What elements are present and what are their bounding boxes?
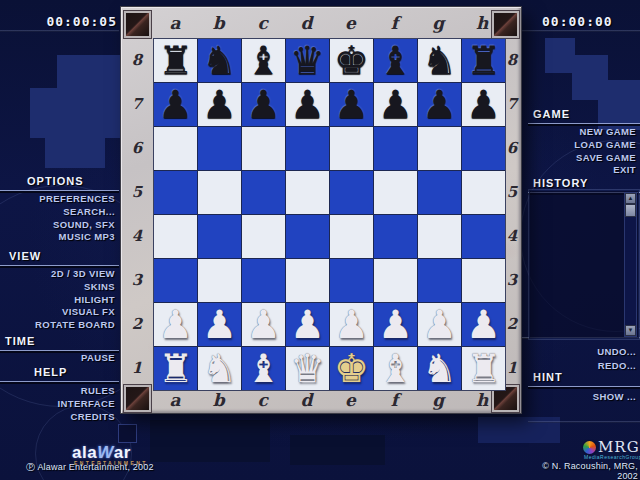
square-f3[interactable] xyxy=(374,259,417,302)
alawar-copyright: Ⓟ Alawar Entertainment, 2002 xyxy=(26,461,154,474)
square-e1[interactable]: ♚ xyxy=(330,347,373,390)
file-label-h: h xyxy=(460,12,504,34)
help-menu: RULES INTERFACE CREDITS xyxy=(0,385,119,423)
square-g1[interactable]: ♞ xyxy=(418,347,461,390)
square-d7[interactable]: ♟ xyxy=(286,83,329,126)
file-label-g: g xyxy=(416,12,460,34)
piece-white-pawn[interactable]: ♟ xyxy=(202,303,237,346)
square-g5[interactable] xyxy=(418,171,461,214)
hint-header: HINT xyxy=(528,371,640,387)
square-e8[interactable]: ♚ xyxy=(330,39,373,82)
square-a8[interactable]: ♜ xyxy=(154,39,197,82)
mrg-logo-subtitle: MediaResearchGroup xyxy=(584,454,640,460)
square-f5[interactable] xyxy=(374,171,417,214)
square-b2[interactable]: ♟ xyxy=(198,303,241,346)
file-label-h: h xyxy=(460,390,504,410)
rank-labels-right: 87654321 xyxy=(504,38,520,389)
time-menu: PAUSE xyxy=(0,352,119,365)
piece-white-pawn[interactable]: ♟ xyxy=(466,303,501,346)
piece-white-pawn[interactable]: ♟ xyxy=(378,303,413,346)
square-d5[interactable] xyxy=(286,171,329,214)
square-g6[interactable] xyxy=(418,127,461,170)
square-d4[interactable] xyxy=(286,215,329,258)
square-e4[interactable] xyxy=(330,215,373,258)
square-d1[interactable]: ♛ xyxy=(286,347,329,390)
square-d3[interactable] xyxy=(286,259,329,302)
file-label-d: d xyxy=(285,12,329,34)
menu-item-visual-fx[interactable]: VISUAL FX xyxy=(0,306,115,319)
history-panel: ▲ ▼ xyxy=(529,190,639,339)
menu-item-save-game[interactable]: SAVE GAME xyxy=(524,152,636,165)
piece-black-pawn[interactable]: ♟ xyxy=(202,83,237,126)
game-header: GAME xyxy=(528,108,640,124)
piece-white-bishop[interactable]: ♝ xyxy=(378,347,413,390)
rank-label-1: 1 xyxy=(504,346,520,390)
square-h1[interactable]: ♜ xyxy=(462,347,505,390)
piece-black-pawn[interactable]: ♟ xyxy=(422,83,457,126)
undo-redo-menu: UNDO... REDO... xyxy=(524,345,640,373)
file-label-a: a xyxy=(153,390,197,410)
square-g3[interactable] xyxy=(418,259,461,302)
background-decor xyxy=(45,135,105,168)
options-header: OPTIONS xyxy=(0,175,119,191)
square-h5[interactable] xyxy=(462,171,505,214)
rank-label-3: 3 xyxy=(504,258,520,302)
square-c6[interactable] xyxy=(242,127,285,170)
square-a5[interactable] xyxy=(154,171,197,214)
square-c2[interactable]: ♟ xyxy=(242,303,285,346)
file-label-c: c xyxy=(241,390,285,410)
background-decor xyxy=(545,38,575,73)
menu-item-undo[interactable]: UNDO... xyxy=(524,345,636,359)
square-g4[interactable] xyxy=(418,215,461,258)
rank-label-5: 5 xyxy=(504,170,520,214)
piece-black-queen[interactable]: ♛ xyxy=(290,39,325,82)
background-decor xyxy=(30,88,120,138)
menu-item-sound-sfx[interactable]: SOUND, SFX xyxy=(0,219,115,232)
divider xyxy=(528,421,640,423)
black-clock: 00:00:00 xyxy=(542,14,613,29)
piece-white-bishop[interactable]: ♝ xyxy=(246,347,281,390)
chess-board: abcdefgh abcdefgh 87654321 87654321 ♜♞♝♛… xyxy=(120,6,522,414)
menu-item-show-hint[interactable]: SHOW ... xyxy=(524,391,636,404)
piece-black-pawn[interactable]: ♟ xyxy=(246,83,281,126)
white-clock: 00:00:05 xyxy=(0,14,117,29)
square-b6[interactable] xyxy=(198,127,241,170)
square-a6[interactable] xyxy=(154,127,197,170)
menu-item-load-game[interactable]: LOAD GAME xyxy=(524,139,636,152)
square-h8[interactable]: ♜ xyxy=(462,39,505,82)
rank-label-6: 6 xyxy=(504,126,520,170)
square-b3[interactable] xyxy=(198,259,241,302)
game-menu: NEW GAME LOAD GAME SAVE GAME EXIT xyxy=(524,126,640,177)
board-corner-ornament-icon xyxy=(124,11,151,38)
square-f2[interactable]: ♟ xyxy=(374,303,417,346)
file-label-b: b xyxy=(197,12,241,34)
square-e5[interactable] xyxy=(330,171,373,214)
piece-black-bishop[interactable]: ♝ xyxy=(378,39,413,82)
piece-white-rook[interactable]: ♜ xyxy=(158,347,193,390)
piece-black-bishop[interactable]: ♝ xyxy=(246,39,281,82)
rank-label-7: 7 xyxy=(504,82,520,126)
piece-white-pawn[interactable]: ♟ xyxy=(334,303,369,346)
piece-white-knight[interactable]: ♞ xyxy=(422,347,457,390)
file-labels-top: abcdefgh xyxy=(153,12,504,34)
piece-white-king[interactable]: ♚ xyxy=(334,347,369,390)
square-c1[interactable]: ♝ xyxy=(242,347,285,390)
square-c5[interactable] xyxy=(242,171,285,214)
menu-item-skins[interactable]: SKINS xyxy=(0,281,115,294)
rank-labels-left: 87654321 xyxy=(124,38,150,389)
scrollbar-thumb[interactable] xyxy=(625,204,636,217)
square-e2[interactable]: ♟ xyxy=(330,303,373,346)
view-menu: 2D / 3D VIEW SKINS HILIGHT VISUAL FX ROT… xyxy=(0,268,119,332)
history-scrollbar[interactable]: ▲ ▼ xyxy=(624,192,637,337)
piece-black-pawn[interactable]: ♟ xyxy=(290,83,325,126)
square-b8[interactable]: ♞ xyxy=(198,39,241,82)
square-c3[interactable] xyxy=(242,259,285,302)
menu-item-rotate-board[interactable]: ROTATE BOARD xyxy=(0,319,115,332)
menu-item-new-game[interactable]: NEW GAME xyxy=(524,126,636,139)
menu-item-preferences[interactable]: PREFERENCES xyxy=(0,193,115,206)
piece-black-king[interactable]: ♚ xyxy=(334,39,369,82)
rank-label-2: 2 xyxy=(504,302,520,346)
square-b7[interactable]: ♟ xyxy=(198,83,241,126)
piece-black-rook[interactable]: ♜ xyxy=(158,39,193,82)
rank-label-4: 4 xyxy=(124,214,150,258)
menu-item-credits[interactable]: CREDITS xyxy=(0,411,115,424)
rank-label-6: 6 xyxy=(124,126,150,170)
mrg-copyright: © N. Racoushin, MRG, 2002 xyxy=(528,461,638,480)
piece-black-pawn[interactable]: ♟ xyxy=(378,83,413,126)
square-c4[interactable] xyxy=(242,215,285,258)
app-window: 00:00:05 00:00:00 OPTIONS PREFERENCES SE… xyxy=(0,0,640,480)
square-h4[interactable] xyxy=(462,215,505,258)
piece-white-pawn[interactable]: ♟ xyxy=(158,303,193,346)
scroll-down-icon[interactable]: ▼ xyxy=(625,325,636,336)
square-h3[interactable] xyxy=(462,259,505,302)
file-label-b: b xyxy=(197,390,241,410)
file-label-d: d xyxy=(285,390,329,410)
help-header: HELP xyxy=(0,366,119,382)
menu-item-interface[interactable]: INTERFACE xyxy=(0,398,115,411)
piece-white-pawn[interactable]: ♟ xyxy=(246,303,281,346)
square-f1[interactable]: ♝ xyxy=(374,347,417,390)
rank-label-8: 8 xyxy=(124,38,150,82)
file-label-c: c xyxy=(241,12,285,34)
square-d2[interactable]: ♟ xyxy=(286,303,329,346)
square-a3[interactable] xyxy=(154,259,197,302)
scroll-up-icon[interactable]: ▲ xyxy=(625,193,636,204)
square-a1[interactable]: ♜ xyxy=(154,347,197,390)
mrg-logo-icon xyxy=(583,441,596,454)
square-f4[interactable] xyxy=(374,215,417,258)
square-b5[interactable] xyxy=(198,171,241,214)
board-squares-grid: ♜♞♝♛♚♝♞♜♟♟♟♟♟♟♟♟♟♟♟♟♟♟♟♟♜♞♝♛♚♝♞♜ xyxy=(153,38,506,391)
square-a2[interactable]: ♟ xyxy=(154,303,197,346)
square-c8[interactable]: ♝ xyxy=(242,39,285,82)
hint-menu: SHOW ... xyxy=(524,391,640,404)
options-menu: PREFERENCES SEARCH... SOUND, SFX MUSIC M… xyxy=(0,193,119,244)
menu-item-2d-3d-view[interactable]: 2D / 3D VIEW xyxy=(0,268,115,281)
square-a7[interactable]: ♟ xyxy=(154,83,197,126)
square-c7[interactable]: ♟ xyxy=(242,83,285,126)
rank-label-7: 7 xyxy=(124,82,150,126)
file-labels-bottom: abcdefgh xyxy=(153,390,504,410)
square-d6[interactable] xyxy=(286,127,329,170)
square-h7[interactable]: ♟ xyxy=(462,83,505,126)
piece-black-rook[interactable]: ♜ xyxy=(466,39,501,82)
square-g2[interactable]: ♟ xyxy=(418,303,461,346)
piece-white-knight[interactable]: ♞ xyxy=(202,347,237,390)
square-e7[interactable]: ♟ xyxy=(330,83,373,126)
file-label-f: f xyxy=(372,12,416,34)
piece-black-pawn[interactable]: ♟ xyxy=(466,83,501,126)
rank-label-8: 8 xyxy=(504,38,520,82)
piece-white-pawn[interactable]: ♟ xyxy=(422,303,457,346)
menu-item-rules[interactable]: RULES xyxy=(0,385,115,398)
menu-item-exit[interactable]: EXIT xyxy=(524,164,636,177)
square-f6[interactable] xyxy=(374,127,417,170)
menu-item-search[interactable]: SEARCH... xyxy=(0,206,115,219)
piece-white-rook[interactable]: ♜ xyxy=(466,347,501,390)
piece-black-knight[interactable]: ♞ xyxy=(422,39,457,82)
rank-label-4: 4 xyxy=(504,214,520,258)
piece-black-pawn[interactable]: ♟ xyxy=(158,83,193,126)
piece-white-queen[interactable]: ♛ xyxy=(290,347,325,390)
square-g8[interactable]: ♞ xyxy=(418,39,461,82)
square-d8[interactable]: ♛ xyxy=(286,39,329,82)
square-f7[interactable]: ♟ xyxy=(374,83,417,126)
background-decor xyxy=(290,435,385,465)
file-label-e: e xyxy=(329,390,373,410)
square-b1[interactable]: ♞ xyxy=(198,347,241,390)
background-decor xyxy=(118,424,137,443)
background-decor xyxy=(150,420,270,462)
rank-label-3: 3 xyxy=(124,258,150,302)
file-label-a: a xyxy=(153,12,197,34)
piece-black-pawn[interactable]: ♟ xyxy=(334,83,369,126)
view-header: VIEW xyxy=(0,250,119,266)
piece-black-knight[interactable]: ♞ xyxy=(202,39,237,82)
rank-label-2: 2 xyxy=(124,302,150,346)
file-label-e: e xyxy=(329,12,373,34)
square-h2[interactable]: ♟ xyxy=(462,303,505,346)
square-f8[interactable]: ♝ xyxy=(374,39,417,82)
square-e3[interactable] xyxy=(330,259,373,302)
square-e6[interactable] xyxy=(330,127,373,170)
square-g7[interactable]: ♟ xyxy=(418,83,461,126)
square-h6[interactable] xyxy=(462,127,505,170)
square-a4[interactable] xyxy=(154,215,197,258)
time-header: TIME xyxy=(0,335,119,351)
divider xyxy=(520,30,640,32)
rank-label-1: 1 xyxy=(124,346,150,390)
menu-item-hilight[interactable]: HILIGHT xyxy=(0,294,115,307)
rank-label-5: 5 xyxy=(124,170,150,214)
file-label-g: g xyxy=(416,390,460,410)
square-b4[interactable] xyxy=(198,215,241,258)
menu-item-pause[interactable]: PAUSE xyxy=(0,352,115,365)
divider xyxy=(0,30,119,32)
menu-item-music-mp3[interactable]: MUSIC MP3 xyxy=(0,231,115,244)
piece-white-pawn[interactable]: ♟ xyxy=(290,303,325,346)
file-label-f: f xyxy=(372,390,416,410)
